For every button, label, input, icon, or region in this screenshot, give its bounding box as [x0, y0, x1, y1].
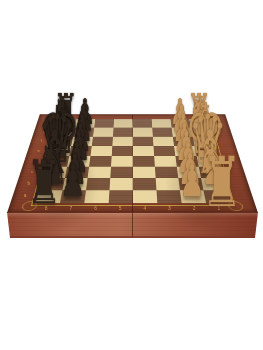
square-h4 [133, 119, 152, 127]
square-d4 [133, 156, 155, 167]
square-f1 [192, 137, 214, 146]
square-f7 [71, 137, 93, 146]
corner-arc-right [227, 201, 244, 211]
square-a4 [133, 190, 157, 203]
square-c1 [198, 167, 223, 178]
square-h6 [94, 119, 114, 127]
square-c5 [110, 167, 133, 178]
square-b5 [109, 178, 132, 190]
square-d7 [67, 156, 90, 167]
square-d3 [154, 156, 177, 167]
square-h1 [189, 119, 210, 127]
square-c8 [42, 167, 67, 178]
square-a7 [59, 190, 85, 203]
square-f5 [112, 137, 133, 146]
square-d8 [45, 156, 69, 167]
square-c2 [176, 167, 200, 178]
square-g6 [93, 128, 114, 137]
square-a2 [179, 190, 205, 203]
square-b6 [86, 178, 110, 190]
square-b1 [201, 178, 227, 190]
board-scene: ♜♟♟♜♞♟♟♞♝♟♟♝♚♟♟♚♛♟♟♛♝♟♟♝♞♟♟♞♜♟♟♜87654321… [0, 0, 263, 350]
square-e2 [174, 146, 197, 156]
square-e1 [194, 146, 217, 156]
square-b3 [155, 178, 179, 190]
square-e8 [48, 146, 71, 156]
square-g8 [53, 128, 75, 137]
square-h3 [151, 119, 171, 127]
square-h7 [74, 119, 94, 127]
square-d2 [175, 156, 198, 167]
square-c7 [64, 167, 88, 178]
square-g5 [113, 128, 133, 137]
square-a1 [203, 190, 230, 203]
square-b2 [178, 178, 203, 190]
square-a6 [84, 190, 109, 203]
square-b8 [39, 178, 65, 190]
corner-arc-left [21, 201, 38, 211]
square-b4 [133, 178, 156, 190]
square-g4 [133, 128, 153, 137]
square-e5 [111, 146, 132, 156]
square-a3 [156, 190, 181, 203]
square-h2 [170, 119, 190, 127]
board-front-edge [7, 212, 258, 239]
board-frame [7, 114, 258, 213]
square-f3 [152, 137, 173, 146]
square-g1 [191, 128, 213, 137]
board-bottom-edge [10, 236, 255, 239]
square-g2 [171, 128, 192, 137]
square-f8 [50, 137, 72, 146]
square-g7 [73, 128, 94, 137]
square-d6 [89, 156, 112, 167]
square-g3 [152, 128, 173, 137]
square-c4 [133, 167, 156, 178]
square-e7 [69, 146, 92, 156]
square-f2 [172, 137, 194, 146]
square-h8 [55, 119, 76, 127]
square-b7 [62, 178, 87, 190]
square-e6 [90, 146, 112, 156]
square-a5 [108, 190, 132, 203]
square-c6 [87, 167, 110, 178]
square-a8 [35, 190, 62, 203]
square-d5 [111, 156, 133, 167]
square-e4 [133, 146, 154, 156]
square-f4 [133, 137, 154, 146]
square-d1 [196, 156, 220, 167]
square-e3 [153, 146, 175, 156]
square-c3 [154, 167, 177, 178]
chess-set-photo[interactable]: ♜♟♟♜♞♟♟♞♝♟♟♝♚♟♟♚♛♟♟♛♝♟♟♝♞♟♟♞♜♟♟♜87654321… [0, 0, 263, 350]
fold-seam [132, 115, 133, 213]
square-h5 [113, 119, 132, 127]
square-f6 [91, 137, 112, 146]
